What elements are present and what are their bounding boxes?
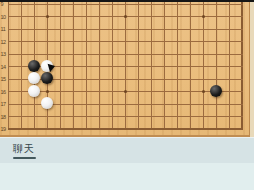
stone-white-c4-r14	[41, 60, 53, 72]
stone-black-c17-r16	[210, 85, 222, 97]
stone-black-c3-r14	[28, 60, 40, 72]
stone-black-c4-r15	[41, 72, 53, 84]
row-label-13: 13	[1, 51, 6, 57]
row-label-16: 16	[1, 89, 6, 95]
row-label-15: 15	[1, 76, 6, 82]
star-point-16-16	[202, 90, 205, 93]
star-point-4-16	[46, 90, 49, 93]
chat-tab-bar: 聊天	[0, 137, 254, 163]
grid-hline-12	[8, 41, 244, 42]
grid-hline-13	[8, 54, 244, 55]
row-label-19: 19	[1, 126, 6, 132]
chat-panel	[0, 163, 254, 190]
row-label-17: 17	[1, 101, 6, 107]
star-point-10-10	[124, 15, 127, 18]
row-label-9: 9	[1, 1, 4, 7]
chat-tab-label: 聊天	[13, 143, 36, 155]
grid-hline-18	[8, 116, 244, 117]
star-point-4-10	[46, 15, 49, 18]
stone-white-c3-r16	[28, 85, 40, 97]
grid-hline-9	[8, 4, 244, 5]
row-label-12: 12	[1, 39, 6, 45]
chat-tab-active-underline	[13, 157, 36, 159]
go-board[interactable]: 910111213141516171819	[0, 0, 254, 137]
grid-hline-11	[8, 29, 244, 30]
go-app-screen: 910111213141516171819 聊天	[0, 0, 254, 190]
star-point-10-16	[124, 90, 127, 93]
stone-white-c4-r17	[41, 97, 53, 109]
row-label-10: 10	[1, 14, 6, 20]
row-label-14: 14	[1, 64, 6, 70]
top-edge-strip	[0, 0, 254, 2]
row-label-11: 11	[1, 26, 6, 32]
chat-tab[interactable]: 聊天	[13, 143, 36, 159]
last-move-triangle-marker	[47, 63, 55, 72]
grid-hline-19	[8, 128, 244, 130]
star-point-16-10	[202, 15, 205, 18]
stone-white-c3-r15	[28, 72, 40, 84]
row-label-18: 18	[1, 114, 6, 120]
